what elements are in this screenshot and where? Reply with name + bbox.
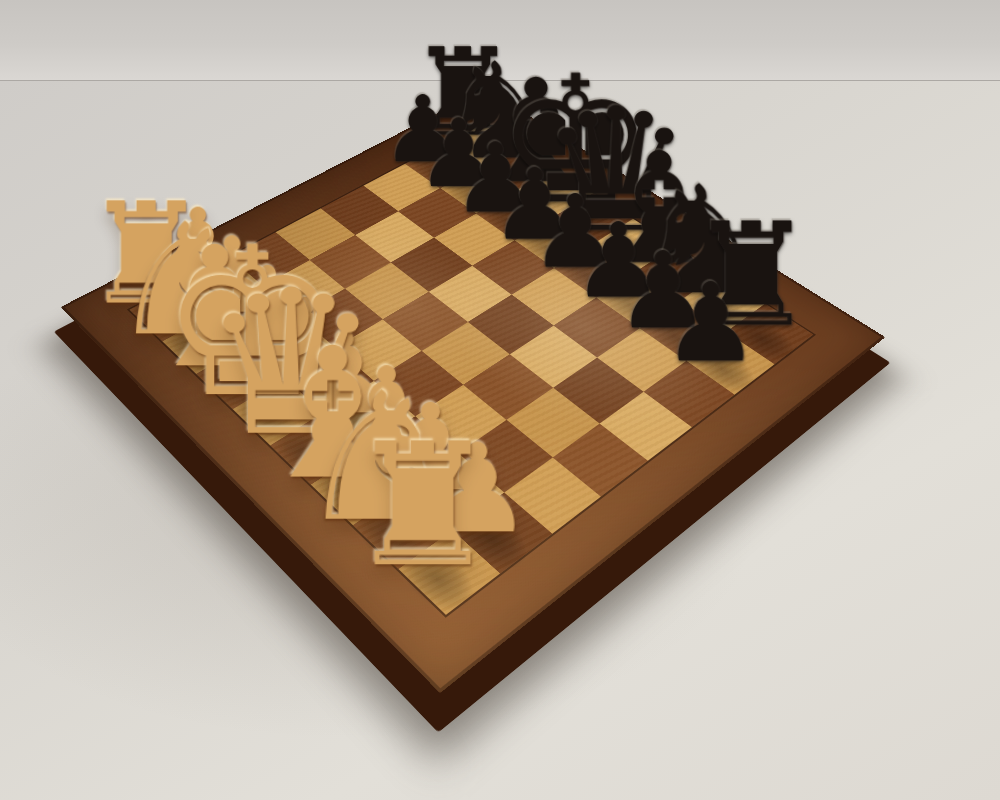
black-pawn: ♟ <box>662 268 759 377</box>
square-h1: ♜ <box>398 529 500 614</box>
white-rook: ♜ <box>347 421 499 591</box>
scene: ♜♞♝♚♛♝♞♜♟♟♟♟♟♟♟♟♟♟♟♟♟♟♟♟♜♞♝♚♛♝♞♜ <box>0 0 1000 800</box>
